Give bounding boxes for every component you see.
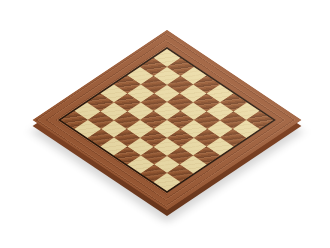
- product-photo: [0, 0, 330, 248]
- board-top-surface: [33, 30, 302, 210]
